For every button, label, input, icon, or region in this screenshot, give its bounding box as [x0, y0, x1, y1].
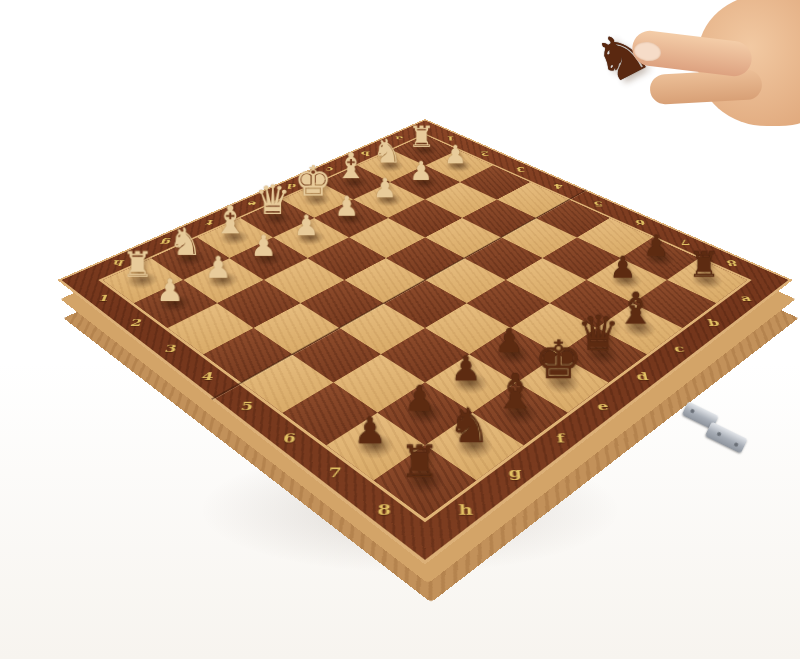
coord-letter-near-e: e — [596, 399, 610, 413]
coord-number-far-3: 3 — [515, 166, 525, 173]
photo-hand: ♞ — [580, 0, 800, 150]
hand-middle-finger — [649, 69, 762, 105]
coord-number-near-1: 1 — [96, 293, 111, 304]
coord-number-near-3: 3 — [163, 342, 178, 354]
coord-number-far-2: 2 — [480, 150, 489, 157]
coord-number-near-6: 6 — [282, 431, 297, 446]
coord-number-far-6: 6 — [634, 218, 646, 227]
black-pawn-b7[interactable]: ♟ — [596, 252, 650, 282]
coord-letter-near-g: g — [508, 465, 523, 481]
coord-number-near-8: 8 — [377, 501, 391, 518]
coord-number-near-5: 5 — [239, 399, 254, 413]
coord-number-near-4: 4 — [200, 370, 215, 383]
coord-letter-near-d: d — [635, 370, 650, 383]
white-pawn-h2[interactable]: ♟ — [142, 275, 198, 306]
coord-number-far-4: 4 — [553, 182, 564, 190]
white-pawn-g2[interactable]: ♟ — [191, 252, 245, 282]
black-rook-a8[interactable]: ♜ — [677, 247, 731, 282]
coord-letter-near-b: b — [706, 317, 721, 328]
clasp-plate — [705, 422, 748, 454]
coord-number-far-5: 5 — [592, 200, 603, 208]
photo-scene: ♜♟♟♜♞♟♟♝♟♝♚♟♛♛♟♟♚♝♟♟♝♞♟♟♞♜♟♟♜ 1122334455… — [0, 0, 800, 659]
coord-letter-near-f: f — [556, 431, 566, 446]
coord-letter-near-c: c — [673, 342, 687, 354]
black-rook-h8[interactable]: ♜ — [385, 440, 454, 485]
coord-number-near-7: 7 — [327, 465, 342, 481]
coord-number-near-2: 2 — [128, 317, 143, 328]
coord-letter-near-h: h — [459, 501, 474, 518]
coord-letter-near-a: a — [739, 293, 753, 304]
